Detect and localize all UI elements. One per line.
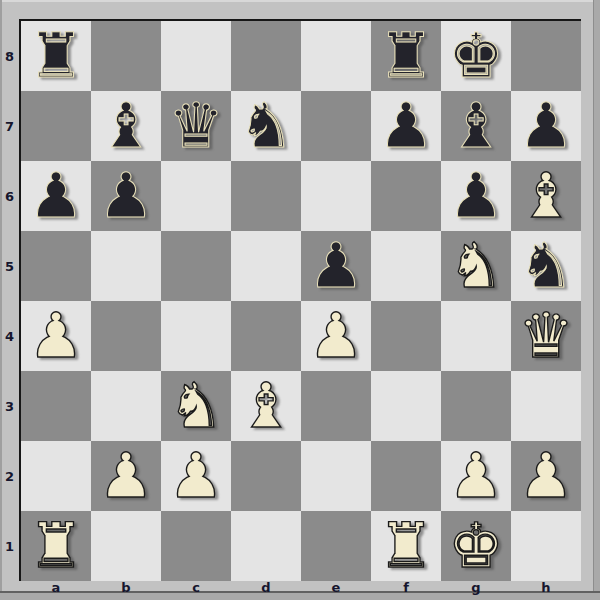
- white-pawn-g2[interactable]: ♟: [448, 445, 504, 507]
- square-c2[interactable]: ♟: [161, 441, 231, 511]
- square-a7[interactable]: [21, 91, 91, 161]
- black-pawn-g6[interactable]: ♟: [448, 165, 504, 227]
- white-bishop-d3[interactable]: ♝: [238, 375, 294, 437]
- square-d3[interactable]: ♝: [231, 371, 301, 441]
- file-label-a: a: [21, 580, 91, 595]
- square-e7[interactable]: [301, 91, 371, 161]
- square-e8[interactable]: [301, 21, 371, 91]
- rank-label-5: 5: [0, 231, 19, 301]
- rank-label-3: 3: [0, 371, 19, 441]
- rank-label-1: 1: [0, 511, 19, 581]
- square-e3[interactable]: [301, 371, 371, 441]
- black-bishop-g7[interactable]: ♝: [448, 95, 504, 157]
- file-label-h: h: [511, 580, 581, 595]
- white-knight-g5[interactable]: ♞: [448, 235, 504, 297]
- square-g5[interactable]: ♞: [441, 231, 511, 301]
- file-label-d: d: [231, 580, 301, 595]
- black-queen-c7[interactable]: ♛: [168, 95, 224, 157]
- square-h2[interactable]: ♟: [511, 441, 581, 511]
- rank-label-4: 4: [0, 301, 19, 371]
- file-label-c: c: [161, 580, 231, 595]
- rank-label-8: 8: [0, 21, 19, 91]
- square-d6[interactable]: [231, 161, 301, 231]
- square-d2[interactable]: [231, 441, 301, 511]
- square-e1[interactable]: [301, 511, 371, 581]
- square-d7[interactable]: ♞: [231, 91, 301, 161]
- white-king-g1[interactable]: ♚: [448, 515, 504, 577]
- square-e6[interactable]: [301, 161, 371, 231]
- square-h7[interactable]: ♟: [511, 91, 581, 161]
- square-f7[interactable]: ♟: [371, 91, 441, 161]
- black-pawn-f7[interactable]: ♟: [378, 95, 434, 157]
- black-pawn-b6[interactable]: ♟: [98, 165, 154, 227]
- square-a5[interactable]: [21, 231, 91, 301]
- square-h3[interactable]: [511, 371, 581, 441]
- square-f4[interactable]: [371, 301, 441, 371]
- square-b4[interactable]: [91, 301, 161, 371]
- black-rook-a8[interactable]: ♜: [28, 25, 84, 87]
- white-pawn-e4[interactable]: ♟: [308, 305, 364, 367]
- black-king-g8[interactable]: ♚: [448, 25, 504, 87]
- square-d1[interactable]: [231, 511, 301, 581]
- board-border: ♜♜♚♝♛♞♟♝♟♟♟♟♝♟♞♞♟♟♛♞♝♟♟♟♟♜♜♚: [19, 19, 581, 581]
- square-c3[interactable]: ♞: [161, 371, 231, 441]
- square-h1[interactable]: [511, 511, 581, 581]
- rank-label-2: 2: [0, 441, 19, 511]
- white-pawn-h2[interactable]: ♟: [518, 445, 574, 507]
- square-a2[interactable]: [21, 441, 91, 511]
- square-b7[interactable]: ♝: [91, 91, 161, 161]
- black-pawn-h7[interactable]: ♟: [518, 95, 574, 157]
- file-label-g: g: [441, 580, 511, 595]
- square-a4[interactable]: ♟: [21, 301, 91, 371]
- file-label-b: b: [91, 580, 161, 595]
- square-g3[interactable]: [441, 371, 511, 441]
- square-c5[interactable]: [161, 231, 231, 301]
- square-a3[interactable]: [21, 371, 91, 441]
- square-e4[interactable]: ♟: [301, 301, 371, 371]
- white-knight-c3[interactable]: ♞: [168, 375, 224, 437]
- white-pawn-c2[interactable]: ♟: [168, 445, 224, 507]
- rank-labels: 87654321: [0, 21, 19, 581]
- square-c6[interactable]: [161, 161, 231, 231]
- square-g1[interactable]: ♚: [441, 511, 511, 581]
- square-f3[interactable]: [371, 371, 441, 441]
- square-f5[interactable]: [371, 231, 441, 301]
- square-b6[interactable]: ♟: [91, 161, 161, 231]
- square-h5[interactable]: ♞: [511, 231, 581, 301]
- white-bishop-h6[interactable]: ♝: [518, 165, 574, 227]
- square-b1[interactable]: [91, 511, 161, 581]
- white-rook-f1[interactable]: ♜: [378, 515, 434, 577]
- chess-board: ♜♜♚♝♛♞♟♝♟♟♟♟♝♟♞♞♟♟♛♞♝♟♟♟♟♜♜♚: [21, 21, 581, 581]
- square-c4[interactable]: [161, 301, 231, 371]
- square-d8[interactable]: [231, 21, 301, 91]
- square-c8[interactable]: [161, 21, 231, 91]
- square-f2[interactable]: [371, 441, 441, 511]
- black-rook-f8[interactable]: ♜: [378, 25, 434, 87]
- rank-label-7: 7: [0, 91, 19, 161]
- square-c1[interactable]: [161, 511, 231, 581]
- chess-diagram-frame: 87654321 ♜♜♚♝♛♞♟♝♟♟♟♟♝♟♞♞♟♟♛♞♝♟♟♟♟♜♜♚ ab…: [0, 0, 600, 600]
- square-a6[interactable]: ♟: [21, 161, 91, 231]
- square-b2[interactable]: ♟: [91, 441, 161, 511]
- black-knight-h5[interactable]: ♞: [518, 235, 574, 297]
- square-f8[interactable]: ♜: [371, 21, 441, 91]
- square-f6[interactable]: [371, 161, 441, 231]
- square-b8[interactable]: [91, 21, 161, 91]
- black-knight-d7[interactable]: ♞: [238, 95, 294, 157]
- square-d4[interactable]: [231, 301, 301, 371]
- square-b3[interactable]: [91, 371, 161, 441]
- white-queen-h4[interactable]: ♛: [518, 305, 574, 367]
- file-label-e: e: [301, 580, 371, 595]
- square-f1[interactable]: ♜: [371, 511, 441, 581]
- file-labels: abcdefgh: [21, 580, 581, 595]
- square-h6[interactable]: ♝: [511, 161, 581, 231]
- white-pawn-b2[interactable]: ♟: [98, 445, 154, 507]
- white-rook-a1[interactable]: ♜: [28, 515, 84, 577]
- square-a8[interactable]: ♜: [21, 21, 91, 91]
- square-b5[interactable]: [91, 231, 161, 301]
- black-bishop-b7[interactable]: ♝: [98, 95, 154, 157]
- square-h8[interactable]: [511, 21, 581, 91]
- black-pawn-e5[interactable]: ♟: [308, 235, 364, 297]
- square-c7[interactable]: ♛: [161, 91, 231, 161]
- rank-label-6: 6: [0, 161, 19, 231]
- square-d5[interactable]: [231, 231, 301, 301]
- square-e5[interactable]: ♟: [301, 231, 371, 301]
- square-g8[interactable]: ♚: [441, 21, 511, 91]
- square-g6[interactable]: ♟: [441, 161, 511, 231]
- square-g2[interactable]: ♟: [441, 441, 511, 511]
- file-label-f: f: [371, 580, 441, 595]
- square-g7[interactable]: ♝: [441, 91, 511, 161]
- black-pawn-a6[interactable]: ♟: [28, 165, 84, 227]
- square-g4[interactable]: [441, 301, 511, 371]
- square-h4[interactable]: ♛: [511, 301, 581, 371]
- square-e2[interactable]: [301, 441, 371, 511]
- square-a1[interactable]: ♜: [21, 511, 91, 581]
- white-pawn-a4[interactable]: ♟: [28, 305, 84, 367]
